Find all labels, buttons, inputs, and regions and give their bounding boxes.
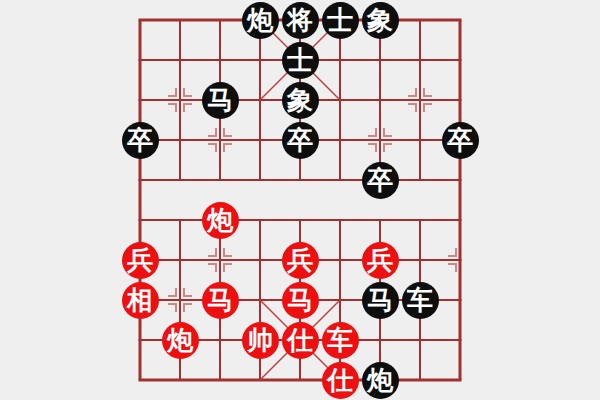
piece-red-advisor[interactable]: 仕 xyxy=(282,322,319,359)
piece-red-soldier[interactable]: 兵 xyxy=(362,242,399,279)
piece-red-cannon[interactable]: 炮 xyxy=(162,322,199,359)
piece-layer: 炮将士象士马象卒卒卒卒炮兵兵兵相马马马车炮帅仕车仕炮 xyxy=(0,0,600,400)
piece-black-horse[interactable]: 马 xyxy=(202,82,239,119)
piece-red-soldier[interactable]: 兵 xyxy=(282,242,319,279)
piece-red-advisor[interactable]: 仕 xyxy=(322,362,359,399)
piece-black-general[interactable]: 将 xyxy=(282,2,319,39)
piece-red-horse[interactable]: 马 xyxy=(282,282,319,319)
piece-black-soldier[interactable]: 卒 xyxy=(362,162,399,199)
piece-black-soldier[interactable]: 卒 xyxy=(442,122,479,159)
piece-red-soldier[interactable]: 兵 xyxy=(122,242,159,279)
piece-black-chariot[interactable]: 车 xyxy=(402,282,439,319)
piece-red-chariot[interactable]: 车 xyxy=(322,322,359,359)
xiangqi-board: 炮将士象士马象卒卒卒卒炮兵兵兵相马马马车炮帅仕车仕炮 xyxy=(0,0,600,400)
piece-black-horse[interactable]: 马 xyxy=(362,282,399,319)
piece-black-elephant[interactable]: 象 xyxy=(282,82,319,119)
piece-red-cannon[interactable]: 炮 xyxy=(202,202,239,239)
piece-red-general[interactable]: 帅 xyxy=(242,322,279,359)
piece-black-cannon[interactable]: 炮 xyxy=(362,362,399,399)
piece-red-elephant[interactable]: 相 xyxy=(122,282,159,319)
piece-black-advisor[interactable]: 士 xyxy=(282,42,319,79)
piece-black-advisor[interactable]: 士 xyxy=(322,2,359,39)
piece-black-cannon[interactable]: 炮 xyxy=(242,2,279,39)
piece-black-elephant[interactable]: 象 xyxy=(362,2,399,39)
piece-red-horse[interactable]: 马 xyxy=(202,282,239,319)
piece-black-soldier[interactable]: 卒 xyxy=(282,122,319,159)
piece-black-soldier[interactable]: 卒 xyxy=(122,122,159,159)
